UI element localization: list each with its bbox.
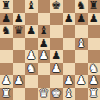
square-h1[interactable]: ♜ — [88, 88, 101, 101]
piece-black-pawn[interactable]: ♟ — [51, 50, 61, 63]
square-a5[interactable] — [0, 38, 13, 51]
square-h3[interactable]: ♞ — [88, 63, 101, 76]
square-c4[interactable]: ♟ — [25, 50, 38, 63]
piece-white-pawn[interactable]: ♟ — [1, 75, 11, 88]
square-f4[interactable] — [63, 50, 76, 63]
square-e1[interactable]: ♚ — [50, 88, 63, 101]
square-c5[interactable] — [25, 38, 38, 51]
piece-black-knight[interactable]: ♞ — [76, 0, 86, 13]
square-d1[interactable]: ♛ — [38, 88, 51, 101]
piece-white-pawn[interactable]: ♟ — [51, 63, 61, 76]
square-f2[interactable]: ♟ — [63, 75, 76, 88]
square-d7[interactable] — [38, 13, 51, 26]
square-b5[interactable] — [13, 38, 26, 51]
piece-black-king[interactable]: ♚ — [51, 0, 61, 13]
square-e8[interactable]: ♚ — [50, 0, 63, 13]
square-h2[interactable]: ♟ — [88, 75, 101, 88]
square-h5[interactable] — [88, 38, 101, 51]
square-e5[interactable] — [50, 38, 63, 51]
square-h4[interactable] — [88, 50, 101, 63]
square-b3[interactable] — [13, 63, 26, 76]
square-a6[interactable]: ♞ — [0, 25, 13, 38]
square-b2[interactable]: ♟ — [13, 75, 26, 88]
piece-black-pawn[interactable]: ♟ — [1, 13, 11, 26]
piece-black-rook[interactable]: ♜ — [1, 0, 11, 13]
square-d3[interactable] — [38, 63, 51, 76]
square-g2[interactable]: ♟ — [75, 75, 88, 88]
square-c7[interactable] — [25, 13, 38, 26]
square-f6[interactable] — [63, 25, 76, 38]
piece-black-pawn[interactable]: ♟ — [26, 25, 36, 38]
piece-white-rook[interactable]: ♜ — [89, 88, 99, 101]
square-d4[interactable]: ♟ — [38, 50, 51, 63]
square-g1[interactable] — [75, 88, 88, 101]
square-h7[interactable]: ♟ — [88, 13, 101, 26]
square-b7[interactable]: ♟ — [13, 13, 26, 26]
piece-white-bishop[interactable]: ♝ — [76, 38, 86, 51]
piece-white-pawn[interactable]: ♟ — [89, 75, 99, 88]
piece-white-bishop[interactable]: ♝ — [64, 88, 74, 101]
square-g3[interactable] — [75, 63, 88, 76]
square-d8[interactable] — [38, 0, 51, 13]
piece-black-queen[interactable]: ♛ — [14, 25, 24, 38]
square-h6[interactable] — [88, 25, 101, 38]
square-b4[interactable] — [13, 50, 26, 63]
square-c2[interactable] — [25, 75, 38, 88]
square-a3[interactable] — [0, 63, 13, 76]
square-b6[interactable]: ♛ — [13, 25, 26, 38]
square-e7[interactable] — [50, 13, 63, 26]
piece-black-pawn[interactable]: ♟ — [76, 13, 86, 26]
square-e4[interactable]: ♟ — [50, 50, 63, 63]
piece-white-king[interactable]: ♚ — [51, 88, 61, 101]
square-e3[interactable]: ♟ — [50, 63, 63, 76]
chess-board: ♜♝♚♞♜♟♟♟♟♟♞♛♟♝♟♝♟♟♟♞♟♞♟♟♟♟♟♜♛♚♝♜ — [0, 0, 100, 100]
piece-white-knight[interactable]: ♞ — [26, 63, 36, 76]
square-f1[interactable]: ♝ — [63, 88, 76, 101]
square-f3[interactable] — [63, 63, 76, 76]
piece-white-pawn[interactable]: ♟ — [39, 50, 49, 63]
square-c8[interactable]: ♝ — [25, 0, 38, 13]
piece-white-rook[interactable]: ♜ — [1, 88, 11, 101]
square-b8[interactable] — [13, 0, 26, 13]
square-a2[interactable]: ♟ — [0, 75, 13, 88]
square-g7[interactable]: ♟ — [75, 13, 88, 26]
square-f8[interactable] — [63, 0, 76, 13]
piece-white-pawn[interactable]: ♟ — [26, 50, 36, 63]
piece-black-pawn[interactable]: ♟ — [14, 13, 24, 26]
square-e2[interactable] — [50, 75, 63, 88]
piece-black-pawn[interactable]: ♟ — [89, 13, 99, 26]
square-a8[interactable]: ♜ — [0, 0, 13, 13]
piece-black-pawn[interactable]: ♟ — [39, 38, 49, 51]
piece-black-bishop[interactable]: ♝ — [26, 0, 36, 13]
square-c6[interactable]: ♟ — [25, 25, 38, 38]
piece-white-pawn[interactable]: ♟ — [76, 75, 86, 88]
square-g8[interactable]: ♞ — [75, 0, 88, 13]
square-d2[interactable] — [38, 75, 51, 88]
square-g4[interactable] — [75, 50, 88, 63]
square-g6[interactable] — [75, 25, 88, 38]
square-c3[interactable]: ♞ — [25, 63, 38, 76]
square-e6[interactable] — [50, 25, 63, 38]
piece-black-knight[interactable]: ♞ — [1, 25, 11, 38]
square-b1[interactable] — [13, 88, 26, 101]
piece-white-pawn[interactable]: ♟ — [14, 75, 24, 88]
piece-white-queen[interactable]: ♛ — [39, 88, 49, 101]
square-a7[interactable]: ♟ — [0, 13, 13, 26]
square-c1[interactable] — [25, 88, 38, 101]
piece-white-knight[interactable]: ♞ — [89, 63, 99, 76]
square-f7[interactable]: ♟ — [63, 13, 76, 26]
square-a4[interactable] — [0, 50, 13, 63]
piece-black-rook[interactable]: ♜ — [89, 0, 99, 13]
piece-black-pawn[interactable]: ♟ — [64, 13, 74, 26]
square-d5[interactable]: ♟ — [38, 38, 51, 51]
square-a1[interactable]: ♜ — [0, 88, 13, 101]
piece-black-bishop[interactable]: ♝ — [39, 25, 49, 38]
square-f5[interactable] — [63, 38, 76, 51]
square-d6[interactable]: ♝ — [38, 25, 51, 38]
piece-white-pawn[interactable]: ♟ — [64, 75, 74, 88]
square-g5[interactable]: ♝ — [75, 38, 88, 51]
square-h8[interactable]: ♜ — [88, 0, 101, 13]
